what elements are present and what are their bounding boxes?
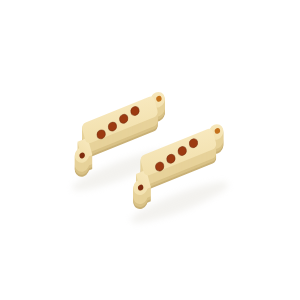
product-image-canvas: [0, 0, 300, 300]
product-photo: [0, 0, 300, 300]
